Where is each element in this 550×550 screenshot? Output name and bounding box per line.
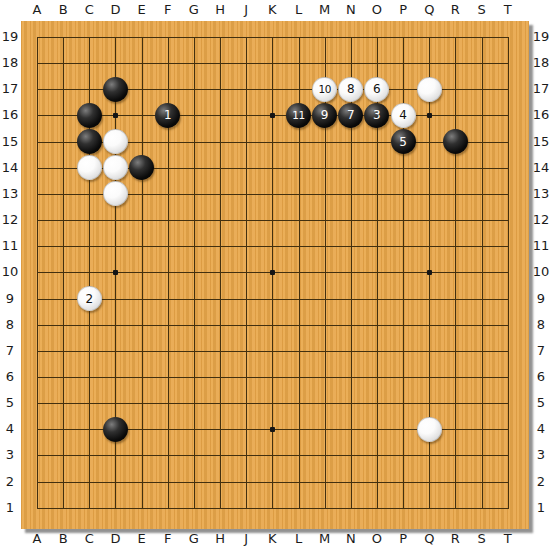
row-label-right: 13: [531, 187, 550, 201]
row-label-right: 14: [531, 161, 550, 175]
row-label-right: 6: [531, 370, 550, 384]
column-label-top: Q: [419, 3, 439, 17]
stone-black-move-9: 9: [312, 103, 337, 128]
row-label-right: 9: [531, 292, 550, 306]
stone-white-move-4: 4: [391, 103, 416, 128]
column-label-top: L: [289, 3, 309, 17]
column-label-bottom: G: [184, 532, 204, 546]
grid-line-horizontal: [37, 351, 509, 352]
row-label-right: 7: [531, 344, 550, 358]
row-label-right: 3: [531, 448, 550, 462]
column-label-top: E: [132, 3, 152, 17]
go-diagram: 1234567891011 ABCDEFGHJKLMNOPQRST ABCDEF…: [0, 0, 550, 550]
stone-black-move-3: 3: [364, 103, 389, 128]
row-label-right: 10: [531, 265, 550, 279]
row-label-left: 11: [0, 239, 20, 253]
row-label-left: 14: [0, 161, 20, 175]
row-label-left: 15: [0, 135, 20, 149]
row-label-left: 9: [0, 292, 20, 306]
move-number: 11: [292, 110, 304, 121]
stone-black-move-5: 5: [391, 129, 416, 154]
stone-white: [103, 129, 128, 154]
row-label-right: 17: [531, 82, 550, 96]
column-label-top: S: [472, 3, 492, 17]
row-label-left: 4: [0, 422, 20, 436]
row-label-right: 19: [531, 30, 550, 44]
stone-black-move-7: 7: [338, 103, 363, 128]
column-label-top: G: [184, 3, 204, 17]
move-number: 6: [373, 83, 381, 95]
stone-white: [77, 155, 102, 180]
row-label-right: 4: [531, 422, 550, 436]
column-label-top: T: [498, 3, 518, 17]
column-label-bottom: T: [498, 532, 518, 546]
row-label-left: 7: [0, 344, 20, 358]
stone-white: [417, 77, 442, 102]
column-label-top: F: [158, 3, 178, 17]
grid-line-horizontal: [37, 508, 509, 509]
move-number: 4: [399, 109, 407, 121]
column-label-bottom: A: [27, 532, 47, 546]
stone-black-move-1: 1: [155, 103, 180, 128]
column-label-bottom: R: [445, 532, 465, 546]
row-label-left: 16: [0, 108, 20, 122]
grid-line-horizontal: [37, 455, 509, 456]
grid-line-vertical: [482, 37, 483, 508]
column-label-bottom: K: [262, 532, 282, 546]
move-number: 9: [321, 109, 329, 121]
star-point: [270, 113, 275, 118]
column-label-top: N: [341, 3, 361, 17]
row-label-right: 1: [531, 501, 550, 515]
row-label-left: 3: [0, 448, 20, 462]
row-label-left: 10: [0, 265, 20, 279]
row-label-right: 5: [531, 396, 550, 410]
row-label-left: 6: [0, 370, 20, 384]
column-label-top: K: [262, 3, 282, 17]
stone-white: [103, 155, 128, 180]
move-number: 2: [85, 293, 93, 305]
row-label-left: 8: [0, 318, 20, 332]
column-label-bottom: F: [158, 532, 178, 546]
move-number: 10: [318, 84, 330, 95]
stone-black: [103, 417, 128, 442]
column-label-bottom: N: [341, 532, 361, 546]
column-label-top: M: [315, 3, 335, 17]
column-label-top: C: [79, 3, 99, 17]
row-label-left: 19: [0, 30, 20, 44]
row-label-right: 18: [531, 56, 550, 70]
column-label-bottom: O: [367, 532, 387, 546]
star-point: [113, 270, 118, 275]
stone-white: [103, 181, 128, 206]
row-label-right: 8: [531, 318, 550, 332]
stone-black: [77, 103, 102, 128]
column-label-top: O: [367, 3, 387, 17]
stone-black: [77, 129, 102, 154]
row-label-right: 11: [531, 239, 550, 253]
stone-white: [417, 417, 442, 442]
column-label-bottom: S: [472, 532, 492, 546]
row-label-left: 13: [0, 187, 20, 201]
row-label-right: 16: [531, 108, 550, 122]
stone-black: [443, 129, 468, 154]
column-label-bottom: E: [132, 532, 152, 546]
row-label-left: 2: [0, 475, 20, 489]
grid-line-horizontal: [37, 482, 509, 483]
stone-black: [103, 77, 128, 102]
column-label-top: R: [445, 3, 465, 17]
column-label-bottom: D: [105, 532, 125, 546]
star-point: [427, 113, 432, 118]
column-label-top: P: [393, 3, 413, 17]
column-label-bottom: C: [79, 532, 99, 546]
star-point: [270, 427, 275, 432]
star-point: [113, 113, 118, 118]
column-label-bottom: Q: [419, 532, 439, 546]
column-label-top: A: [27, 3, 47, 17]
column-label-bottom: H: [210, 532, 230, 546]
row-label-right: 2: [531, 475, 550, 489]
column-label-bottom: B: [53, 532, 73, 546]
column-label-top: J: [236, 3, 256, 17]
move-number: 5: [399, 136, 407, 148]
stone-white-move-6: 6: [364, 77, 389, 102]
column-label-bottom: M: [315, 532, 335, 546]
row-label-left: 18: [0, 56, 20, 70]
row-label-right: 12: [531, 213, 550, 227]
column-label-top: D: [105, 3, 125, 17]
column-label-top: B: [53, 3, 73, 17]
stone-white-move-2: 2: [77, 286, 102, 311]
stone-white-move-8: 8: [338, 77, 363, 102]
go-board[interactable]: 1234567891011: [21, 21, 529, 529]
row-label-left: 17: [0, 82, 20, 96]
move-number: 8: [347, 83, 355, 95]
row-label-left: 5: [0, 396, 20, 410]
grid-line-horizontal: [37, 325, 509, 326]
star-point: [270, 270, 275, 275]
stone-black: [129, 155, 154, 180]
move-number: 7: [347, 109, 355, 121]
move-number: 3: [373, 109, 381, 121]
stone-white-move-10: 10: [312, 77, 337, 102]
column-label-top: H: [210, 3, 230, 17]
column-label-bottom: P: [393, 532, 413, 546]
row-label-left: 1: [0, 501, 20, 515]
stone-black-move-11: 11: [286, 103, 311, 128]
row-label-right: 15: [531, 135, 550, 149]
column-label-bottom: J: [236, 532, 256, 546]
row-label-left: 12: [0, 213, 20, 227]
grid-line-vertical: [508, 37, 509, 508]
grid-line-horizontal: [37, 377, 509, 378]
star-point: [427, 270, 432, 275]
grid-line-vertical: [455, 37, 456, 508]
column-label-bottom: L: [289, 532, 309, 546]
grid-line-horizontal: [37, 299, 509, 300]
grid-line-horizontal: [37, 403, 509, 404]
move-number: 1: [164, 109, 172, 121]
